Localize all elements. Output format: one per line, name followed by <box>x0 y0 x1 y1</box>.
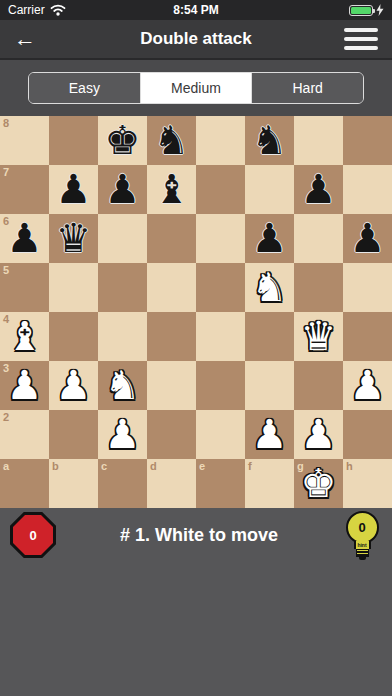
square-c5[interactable] <box>98 263 147 312</box>
square-e8[interactable] <box>196 116 245 165</box>
white-knight-c3: ♞ <box>105 361 141 410</box>
tab-hard[interactable]: Hard <box>251 73 363 103</box>
square-b1[interactable]: b <box>49 459 98 508</box>
file-label-b: b <box>52 460 59 472</box>
square-f1[interactable]: f <box>245 459 294 508</box>
file-label-g: g <box>297 460 304 472</box>
square-b8[interactable] <box>49 116 98 165</box>
black-pawn-h6: ♟ <box>350 214 386 263</box>
file-label-f: f <box>248 460 252 472</box>
white-king-g1: ♚ <box>301 459 337 508</box>
square-g8[interactable] <box>294 116 343 165</box>
file-label-d: d <box>150 460 157 472</box>
app-window: Carrier 8:54 PM ← Double attack <box>0 0 392 696</box>
rank-label-3: 3 <box>3 362 9 374</box>
wifi-icon <box>50 4 66 16</box>
square-b2[interactable] <box>49 410 98 459</box>
square-c1[interactable]: c <box>98 459 147 508</box>
chess-board: 8♚♞♞7♟♟♝♟6♟♛♟♟5♞4♝♛3♟♟♞♟2♟♟♟abcdefg♚h <box>0 116 392 508</box>
square-a6[interactable]: 6♟ <box>0 214 49 263</box>
lightbulb-icon: 0 <box>346 511 379 544</box>
square-g4[interactable]: ♛ <box>294 312 343 361</box>
footer: 0 # 1. White to move 0 hint <box>0 508 392 696</box>
white-pawn-c2: ♟ <box>105 410 141 459</box>
square-h5[interactable] <box>343 263 392 312</box>
white-pawn-f2: ♟ <box>252 410 288 459</box>
page-title: Double attack <box>0 29 392 49</box>
square-d8[interactable]: ♞ <box>147 116 196 165</box>
bulb-tip <box>359 557 366 560</box>
carrier-label: Carrier <box>8 3 45 17</box>
square-d2[interactable] <box>147 410 196 459</box>
white-knight-f5: ♞ <box>252 263 288 312</box>
black-knight-d8: ♞ <box>154 116 190 165</box>
square-d5[interactable] <box>147 263 196 312</box>
square-a3[interactable]: 3♟ <box>0 361 49 410</box>
square-a5[interactable]: 5 <box>0 263 49 312</box>
square-a4[interactable]: 4♝ <box>0 312 49 361</box>
square-g3[interactable] <box>294 361 343 410</box>
puzzle-status-text: # 1. White to move <box>56 525 342 546</box>
square-e3[interactable] <box>196 361 245 410</box>
file-label-c: c <box>101 460 107 472</box>
square-b5[interactable] <box>49 263 98 312</box>
white-bishop-a4: ♝ <box>7 312 43 361</box>
square-f3[interactable] <box>245 361 294 410</box>
white-pawn-a3: ♟ <box>7 361 43 410</box>
square-b3[interactable]: ♟ <box>49 361 98 410</box>
square-g6[interactable] <box>294 214 343 263</box>
square-c4[interactable] <box>98 312 147 361</box>
square-a8[interactable]: 8 <box>0 116 49 165</box>
white-pawn-b3: ♟ <box>56 361 92 410</box>
square-f8[interactable]: ♞ <box>245 116 294 165</box>
fail-counter-badge: 0 <box>10 512 56 558</box>
rank-label-2: 2 <box>3 411 9 423</box>
square-h6[interactable]: ♟ <box>343 214 392 263</box>
square-c2[interactable]: ♟ <box>98 410 147 459</box>
hint-button[interactable]: 0 hint <box>342 511 382 560</box>
black-king-c8: ♚ <box>105 116 141 165</box>
black-pawn-f6: ♟ <box>252 214 288 263</box>
status-bar: Carrier 8:54 PM <box>0 0 392 20</box>
footer-bar: 0 # 1. White to move 0 hint <box>0 508 392 562</box>
square-g7[interactable]: ♟ <box>294 165 343 214</box>
white-pawn-g2: ♟ <box>301 410 337 459</box>
square-d3[interactable] <box>147 361 196 410</box>
square-d1[interactable]: d <box>147 459 196 508</box>
square-f2[interactable]: ♟ <box>245 410 294 459</box>
tab-medium[interactable]: Medium <box>140 73 252 103</box>
square-a2[interactable]: 2 <box>0 410 49 459</box>
white-pawn-h3: ♟ <box>350 361 386 410</box>
square-g5[interactable] <box>294 263 343 312</box>
square-e5[interactable] <box>196 263 245 312</box>
square-a7[interactable]: 7 <box>0 165 49 214</box>
rank-label-5: 5 <box>3 264 9 276</box>
black-bishop-d7: ♝ <box>154 165 190 214</box>
square-e2[interactable] <box>196 410 245 459</box>
file-label-a: a <box>3 460 9 472</box>
black-pawn-b7: ♟ <box>56 165 92 214</box>
rank-label-6: 6 <box>3 215 9 227</box>
battery-icon <box>349 5 373 16</box>
square-e6[interactable] <box>196 214 245 263</box>
square-d4[interactable] <box>147 312 196 361</box>
square-e7[interactable] <box>196 165 245 214</box>
square-h4[interactable] <box>343 312 392 361</box>
square-h7[interactable] <box>343 165 392 214</box>
square-b7[interactable]: ♟ <box>49 165 98 214</box>
square-f6[interactable]: ♟ <box>245 214 294 263</box>
tabs-area: Easy Medium Hard <box>0 60 392 116</box>
difficulty-segmented-control: Easy Medium Hard <box>28 72 364 104</box>
bulb-base <box>356 549 369 557</box>
tab-easy[interactable]: Easy <box>29 73 140 103</box>
square-e4[interactable] <box>196 312 245 361</box>
square-d6[interactable] <box>147 214 196 263</box>
square-h2[interactable] <box>343 410 392 459</box>
black-pawn-g7: ♟ <box>301 165 337 214</box>
square-a1[interactable]: a <box>0 459 49 508</box>
square-h1[interactable]: h <box>343 459 392 508</box>
square-g2[interactable]: ♟ <box>294 410 343 459</box>
battery-fill <box>351 7 371 14</box>
file-label-e: e <box>199 460 205 472</box>
charging-bolt-icon <box>376 4 384 16</box>
black-queen-b6: ♛ <box>56 214 92 263</box>
square-c8[interactable]: ♚ <box>98 116 147 165</box>
rank-label-7: 7 <box>3 166 9 178</box>
file-label-h: h <box>346 460 353 472</box>
black-pawn-a6: ♟ <box>7 214 43 263</box>
rank-label-4: 4 <box>3 313 9 325</box>
square-b6[interactable]: ♛ <box>49 214 98 263</box>
back-button[interactable]: ← <box>14 28 44 50</box>
hint-label: hint <box>354 541 371 549</box>
square-g1[interactable]: g♚ <box>294 459 343 508</box>
square-c6[interactable] <box>98 214 147 263</box>
black-pawn-c7: ♟ <box>105 165 141 214</box>
square-d7[interactable]: ♝ <box>147 165 196 214</box>
fail-count: 0 <box>13 515 53 555</box>
square-h3[interactable]: ♟ <box>343 361 392 410</box>
square-f4[interactable] <box>245 312 294 361</box>
square-f5[interactable]: ♞ <box>245 263 294 312</box>
square-c7[interactable]: ♟ <box>98 165 147 214</box>
black-knight-f8: ♞ <box>252 116 288 165</box>
square-f7[interactable] <box>245 165 294 214</box>
white-queen-g4: ♛ <box>301 312 337 361</box>
rank-label-8: 8 <box>3 117 9 129</box>
hamburger-menu-icon[interactable] <box>344 28 378 50</box>
square-h8[interactable] <box>343 116 392 165</box>
square-b4[interactable] <box>49 312 98 361</box>
square-c3[interactable]: ♞ <box>98 361 147 410</box>
square-e1[interactable]: e <box>196 459 245 508</box>
header: ← Double attack <box>0 20 392 60</box>
